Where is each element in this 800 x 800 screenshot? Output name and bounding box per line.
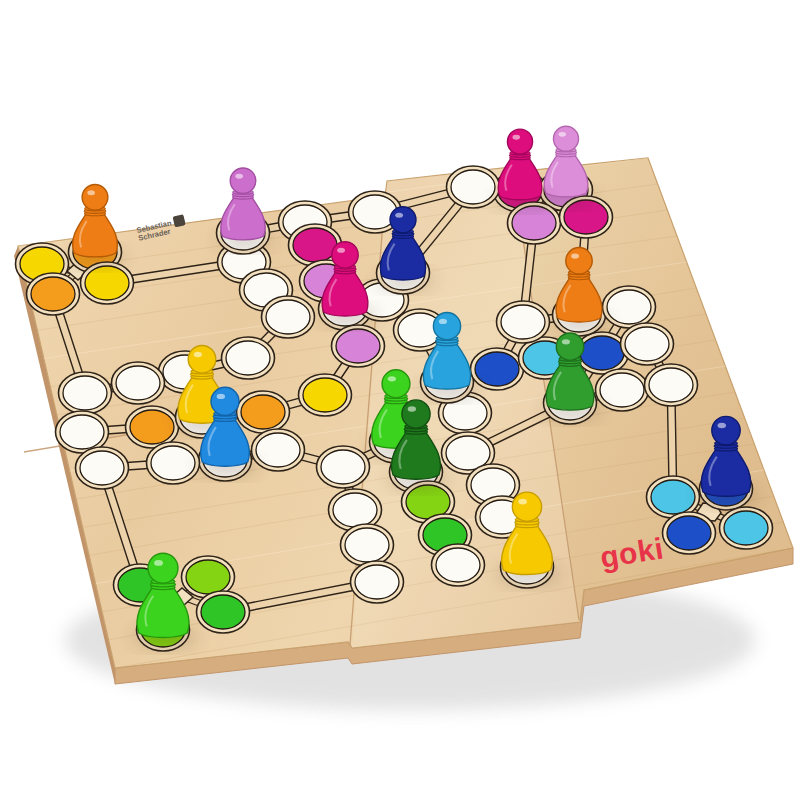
pawn-head: [433, 313, 460, 340]
space-fill: [80, 451, 124, 485]
space-18-white[interactable]: [447, 166, 500, 208]
space-fill: [501, 305, 545, 339]
space-11-cyan[interactable]: [720, 507, 773, 549]
space-fill: [355, 565, 399, 599]
space-66-white[interactable]: [603, 286, 656, 328]
space-6-orchid[interactable]: [508, 202, 561, 244]
space-63-white[interactable]: [645, 364, 698, 406]
pawn-head-highlight: [194, 352, 202, 357]
space-60-blue[interactable]: [576, 332, 629, 374]
space-fill: [333, 493, 377, 527]
space-62-white[interactable]: [596, 369, 649, 411]
space-fill: [651, 480, 695, 514]
space-fill: [266, 300, 310, 334]
pawn-head: [712, 416, 740, 444]
space-43-white[interactable]: [317, 446, 370, 488]
space-55-white[interactable]: [432, 544, 485, 586]
space-fill: [201, 595, 245, 629]
space-fill: [130, 410, 174, 444]
space-39-yellow[interactable]: [299, 374, 352, 416]
space-32-white[interactable]: [112, 362, 165, 404]
space-fill: [60, 415, 104, 449]
space-2-orange[interactable]: [27, 273, 80, 315]
space-fill: [607, 290, 651, 324]
ludo-product-photo: SebastianSchradergoki: [0, 0, 800, 800]
space-3-yellow[interactable]: [81, 262, 134, 304]
space-58-blue[interactable]: [471, 348, 524, 390]
space-21-white[interactable]: [262, 296, 315, 338]
ludo-board-scene: SebastianSchradergoki: [0, 0, 800, 800]
space-fill: [336, 329, 380, 363]
pawn-head: [507, 129, 532, 154]
space-fill: [256, 433, 300, 467]
space-30-white[interactable]: [222, 337, 275, 379]
space-fill: [600, 373, 644, 407]
pawn-head-highlight: [388, 376, 396, 381]
space-46-white[interactable]: [351, 561, 404, 603]
pawn-head-highlight: [395, 213, 403, 218]
space-fill: [63, 376, 107, 410]
space-fill: [186, 560, 230, 594]
pawn-head: [553, 126, 578, 151]
pawn-head-highlight: [571, 254, 579, 259]
space-fill: [475, 352, 519, 386]
space-fill: [226, 341, 270, 375]
pawn-head: [556, 333, 583, 360]
space-15-green[interactable]: [197, 591, 250, 633]
space-10-blue[interactable]: [663, 512, 716, 554]
pawn-head-highlight: [337, 248, 345, 253]
pawn-head: [188, 346, 216, 374]
space-fill: [724, 511, 768, 545]
pawn-head: [512, 492, 541, 521]
pawn-head: [566, 248, 592, 274]
pawn-head-highlight: [439, 319, 447, 324]
pawn-head-highlight: [154, 560, 163, 566]
pawn-head-highlight: [559, 132, 566, 137]
space-fill: [667, 516, 711, 550]
space-fill: [345, 528, 389, 562]
space-fill: [564, 200, 608, 234]
pawn-head: [82, 184, 108, 210]
space-fill: [303, 378, 347, 412]
space-fill: [321, 450, 365, 484]
space-33-white[interactable]: [59, 372, 112, 414]
space-fill: [436, 548, 480, 582]
pawn-head: [148, 553, 178, 583]
space-40-white[interactable]: [76, 447, 129, 489]
space-64-white[interactable]: [497, 301, 550, 343]
pawn-head: [402, 400, 430, 428]
space-38-orange[interactable]: [237, 391, 290, 433]
pawn-head-highlight: [718, 423, 726, 429]
space-fill: [31, 277, 75, 311]
pawn-orchid-1[interactable]: [217, 168, 272, 248]
pawn-head-highlight: [513, 135, 520, 140]
space-fill: [451, 170, 495, 204]
pawn-head-highlight: [562, 339, 570, 344]
pawn-head-highlight: [235, 174, 243, 179]
space-fill: [85, 266, 129, 300]
pawn-head-highlight: [87, 190, 95, 195]
space-25-orchid[interactable]: [332, 325, 385, 367]
space-fill: [293, 228, 337, 262]
space-fill: [580, 336, 624, 370]
space-fill: [625, 327, 669, 361]
space-fill: [116, 366, 160, 400]
space-fill: [512, 206, 556, 240]
pawn-head: [230, 168, 256, 194]
pawn-head: [211, 387, 239, 415]
pawn-head-highlight: [518, 499, 527, 505]
pawn-head: [390, 207, 416, 233]
pawn-head-highlight: [408, 406, 416, 411]
pawn-orange-1[interactable]: [69, 184, 125, 265]
space-fill: [151, 446, 195, 480]
space-67-white[interactable]: [621, 323, 674, 365]
space-45-white[interactable]: [341, 524, 394, 566]
space-fill: [241, 395, 285, 429]
pawn-head-highlight: [217, 394, 225, 399]
space-fill: [649, 368, 693, 402]
pawn-head: [332, 242, 358, 268]
space-41-white[interactable]: [147, 442, 200, 484]
pawn-head: [382, 370, 410, 398]
space-42-white[interactable]: [252, 429, 305, 471]
